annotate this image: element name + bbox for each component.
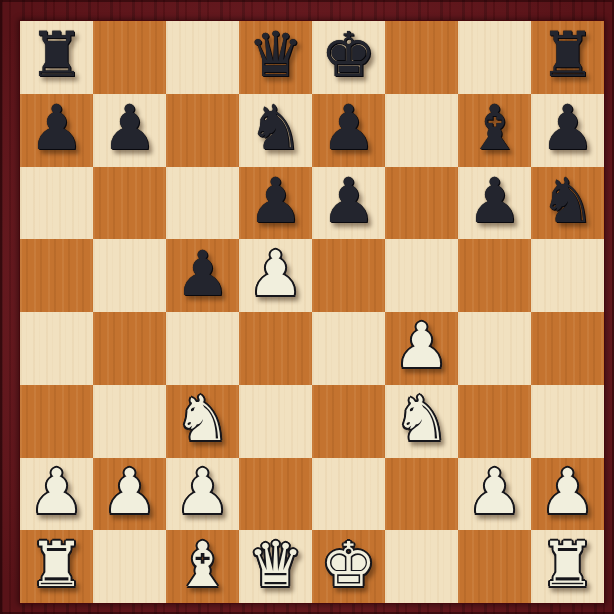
square-e1[interactable]: ♚ <box>312 530 385 603</box>
piece-white-knight[interactable]: ♞ <box>394 388 450 450</box>
piece-white-pawn[interactable]: ♟ <box>248 243 304 305</box>
square-h1[interactable]: ♜ <box>531 530 604 603</box>
square-g1[interactable] <box>458 530 531 603</box>
square-f7[interactable] <box>385 94 458 167</box>
square-e2[interactable] <box>312 458 385 531</box>
square-d4[interactable] <box>239 312 312 385</box>
square-c8[interactable] <box>166 21 239 94</box>
piece-white-rook[interactable]: ♜ <box>540 534 596 596</box>
square-g2[interactable]: ♟ <box>458 458 531 531</box>
square-e7[interactable]: ♟ <box>312 94 385 167</box>
piece-white-pawn[interactable]: ♟ <box>29 461 85 523</box>
piece-black-queen[interactable]: ♛ <box>248 24 304 86</box>
piece-black-pawn[interactable]: ♟ <box>321 170 377 232</box>
square-a5[interactable] <box>20 239 93 312</box>
square-g5[interactable] <box>458 239 531 312</box>
square-h4[interactable] <box>531 312 604 385</box>
board-frame: ♜♛♚♜♟♟♞♟♝♟♟♟♟♞♟♟♟♞♞♟♟♟♟♟♜♝♛♚♜ <box>0 0 614 614</box>
square-f8[interactable] <box>385 21 458 94</box>
square-b5[interactable] <box>93 239 166 312</box>
square-h5[interactable] <box>531 239 604 312</box>
piece-black-rook[interactable]: ♜ <box>540 24 596 86</box>
square-e3[interactable] <box>312 385 385 458</box>
square-a8[interactable]: ♜ <box>20 21 93 94</box>
square-f2[interactable] <box>385 458 458 531</box>
square-h8[interactable]: ♜ <box>531 21 604 94</box>
square-e4[interactable] <box>312 312 385 385</box>
piece-black-pawn[interactable]: ♟ <box>540 97 596 159</box>
square-c4[interactable] <box>166 312 239 385</box>
square-d5[interactable]: ♟ <box>239 239 312 312</box>
square-g6[interactable]: ♟ <box>458 167 531 240</box>
square-a3[interactable] <box>20 385 93 458</box>
square-b2[interactable]: ♟ <box>93 458 166 531</box>
square-a7[interactable]: ♟ <box>20 94 93 167</box>
piece-black-bishop[interactable]: ♝ <box>467 97 523 159</box>
square-b4[interactable] <box>93 312 166 385</box>
square-b6[interactable] <box>93 167 166 240</box>
square-e8[interactable]: ♚ <box>312 21 385 94</box>
square-b8[interactable] <box>93 21 166 94</box>
square-a6[interactable] <box>20 167 93 240</box>
square-g4[interactable] <box>458 312 531 385</box>
piece-white-king[interactable]: ♚ <box>321 534 377 596</box>
square-a4[interactable] <box>20 312 93 385</box>
piece-black-knight[interactable]: ♞ <box>248 97 304 159</box>
piece-black-king[interactable]: ♚ <box>321 24 377 86</box>
piece-black-pawn[interactable]: ♟ <box>467 170 523 232</box>
piece-white-bishop[interactable]: ♝ <box>175 534 231 596</box>
piece-white-queen[interactable]: ♛ <box>248 534 304 596</box>
square-e5[interactable] <box>312 239 385 312</box>
piece-white-pawn[interactable]: ♟ <box>394 315 450 377</box>
piece-white-pawn[interactable]: ♟ <box>467 461 523 523</box>
square-f6[interactable] <box>385 167 458 240</box>
square-h6[interactable]: ♞ <box>531 167 604 240</box>
square-b1[interactable] <box>93 530 166 603</box>
square-e6[interactable]: ♟ <box>312 167 385 240</box>
square-c6[interactable] <box>166 167 239 240</box>
piece-black-pawn[interactable]: ♟ <box>29 97 85 159</box>
square-g7[interactable]: ♝ <box>458 94 531 167</box>
piece-black-knight[interactable]: ♞ <box>540 170 596 232</box>
square-f5[interactable] <box>385 239 458 312</box>
square-b7[interactable]: ♟ <box>93 94 166 167</box>
piece-white-pawn[interactable]: ♟ <box>175 461 231 523</box>
piece-black-pawn[interactable]: ♟ <box>175 243 231 305</box>
square-d3[interactable] <box>239 385 312 458</box>
piece-white-pawn[interactable]: ♟ <box>540 461 596 523</box>
chess-board: ♜♛♚♜♟♟♞♟♝♟♟♟♟♞♟♟♟♞♞♟♟♟♟♟♜♝♛♚♜ <box>20 21 604 603</box>
piece-black-rook[interactable]: ♜ <box>29 24 85 86</box>
square-d8[interactable]: ♛ <box>239 21 312 94</box>
square-h3[interactable] <box>531 385 604 458</box>
square-a1[interactable]: ♜ <box>20 530 93 603</box>
piece-black-pawn[interactable]: ♟ <box>102 97 158 159</box>
square-f3[interactable]: ♞ <box>385 385 458 458</box>
square-d1[interactable]: ♛ <box>239 530 312 603</box>
piece-black-pawn[interactable]: ♟ <box>321 97 377 159</box>
piece-white-pawn[interactable]: ♟ <box>102 461 158 523</box>
square-c5[interactable]: ♟ <box>166 239 239 312</box>
square-d6[interactable]: ♟ <box>239 167 312 240</box>
piece-white-knight[interactable]: ♞ <box>175 388 231 450</box>
square-b3[interactable] <box>93 385 166 458</box>
square-c3[interactable]: ♞ <box>166 385 239 458</box>
square-f4[interactable]: ♟ <box>385 312 458 385</box>
square-d2[interactable] <box>239 458 312 531</box>
square-g3[interactable] <box>458 385 531 458</box>
square-h7[interactable]: ♟ <box>531 94 604 167</box>
piece-black-pawn[interactable]: ♟ <box>248 170 304 232</box>
square-g8[interactable] <box>458 21 531 94</box>
square-c2[interactable]: ♟ <box>166 458 239 531</box>
square-a2[interactable]: ♟ <box>20 458 93 531</box>
square-f1[interactable] <box>385 530 458 603</box>
square-c1[interactable]: ♝ <box>166 530 239 603</box>
square-h2[interactable]: ♟ <box>531 458 604 531</box>
square-d7[interactable]: ♞ <box>239 94 312 167</box>
piece-white-rook[interactable]: ♜ <box>29 534 85 596</box>
square-c7[interactable] <box>166 94 239 167</box>
